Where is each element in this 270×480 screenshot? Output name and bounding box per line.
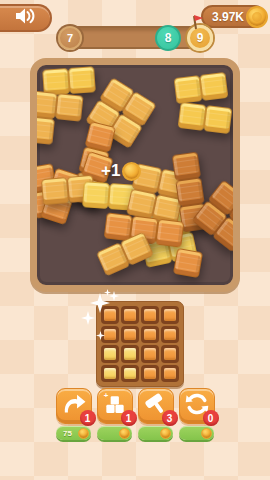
tray-cell-orange[interactable]	[141, 345, 159, 363]
tray-cell-yellow[interactable]	[121, 365, 139, 383]
reward-text: +1	[101, 161, 120, 181]
wood-cube	[41, 177, 69, 205]
hammer-count-badge: 3	[162, 410, 178, 426]
svg-text:+: +	[103, 391, 108, 400]
coin-icon	[78, 428, 89, 439]
powerup-hammer: 3	[138, 388, 174, 440]
wood-cube	[30, 90, 58, 119]
add-blocks-button[interactable]: + 1	[97, 388, 133, 424]
tray-cell-orange[interactable]	[121, 306, 139, 324]
tray-cell-orange[interactable]	[161, 345, 179, 363]
refresh-price	[179, 426, 214, 440]
tray-cell-yellow[interactable]	[121, 345, 139, 363]
coin-icon	[160, 428, 171, 439]
wood-cube	[68, 66, 96, 94]
level-progress-bar: 7 8 9	[58, 26, 212, 49]
wood-cube	[175, 177, 204, 206]
goal-flag-icon	[190, 14, 204, 34]
sparkle-star-icon	[96, 326, 105, 344]
sparkle-star-icon	[109, 287, 119, 305]
swap-count-badge: 1	[80, 410, 96, 426]
wood-cube	[82, 181, 110, 209]
tray-cell-orange[interactable]	[141, 365, 159, 383]
tray-cell-orange[interactable]	[161, 306, 179, 324]
swap-price: 75	[56, 426, 91, 440]
tray-cell-orange[interactable]	[121, 326, 139, 344]
wood-cube	[178, 102, 207, 131]
game-screen: 3.97K 7 8 9 +1	[0, 0, 270, 480]
sparkle-star-icon	[81, 311, 95, 329]
tray-cell-orange[interactable]	[161, 365, 179, 383]
wood-cube	[173, 248, 203, 278]
swap-button[interactable]: 1	[56, 388, 92, 424]
powerup-refresh: 0	[179, 388, 215, 440]
tray-cell-orange[interactable]	[141, 306, 159, 324]
hammer-price	[138, 426, 173, 440]
coin-amount: 3.97K	[212, 10, 244, 24]
level-prev-node: 7	[58, 26, 82, 50]
wood-board: +1	[30, 58, 240, 292]
add-blocks-price	[97, 426, 132, 440]
reward-popup: +1	[101, 161, 141, 181]
tray-cell-yellow[interactable]	[101, 345, 119, 363]
powerup-add-blocks: + 1	[97, 388, 133, 440]
wood-piece[interactable]	[42, 66, 96, 96]
wood-piece[interactable]	[173, 248, 203, 278]
refresh-button[interactable]: 0	[179, 388, 215, 424]
wood-piece[interactable]	[174, 72, 229, 104]
powerup-swap: 1 75	[56, 388, 92, 440]
wood-cube	[55, 93, 84, 122]
sound-button[interactable]	[0, 4, 52, 32]
wood-cube	[199, 72, 228, 101]
wood-cube	[172, 152, 201, 181]
speaker-icon	[14, 7, 36, 29]
wood-cube	[203, 105, 232, 134]
powerup-bar: 1 75 + 1	[0, 388, 270, 440]
coin-icon	[119, 428, 130, 439]
wood-cube	[30, 116, 55, 145]
wood-cube	[174, 75, 203, 104]
sparkle-star-icon	[104, 282, 111, 300]
coin-counter[interactable]: 3.97K	[201, 5, 266, 28]
hammer-button[interactable]: 3	[138, 388, 174, 424]
wood-piece[interactable]	[178, 102, 233, 134]
tray-cell-orange[interactable]	[141, 326, 159, 344]
wood-cube	[155, 219, 184, 248]
coin-icon	[201, 428, 212, 439]
add-blocks-count-badge: 1	[121, 410, 137, 426]
tray-cell-yellow[interactable]	[101, 365, 119, 383]
coin-icon	[246, 6, 268, 28]
level-current-node: 8	[155, 25, 181, 51]
refresh-count-badge: 0	[203, 410, 219, 426]
coin-icon	[122, 162, 141, 181]
tray-cell-orange[interactable]	[161, 326, 179, 344]
wood-piece[interactable]	[30, 90, 84, 147]
